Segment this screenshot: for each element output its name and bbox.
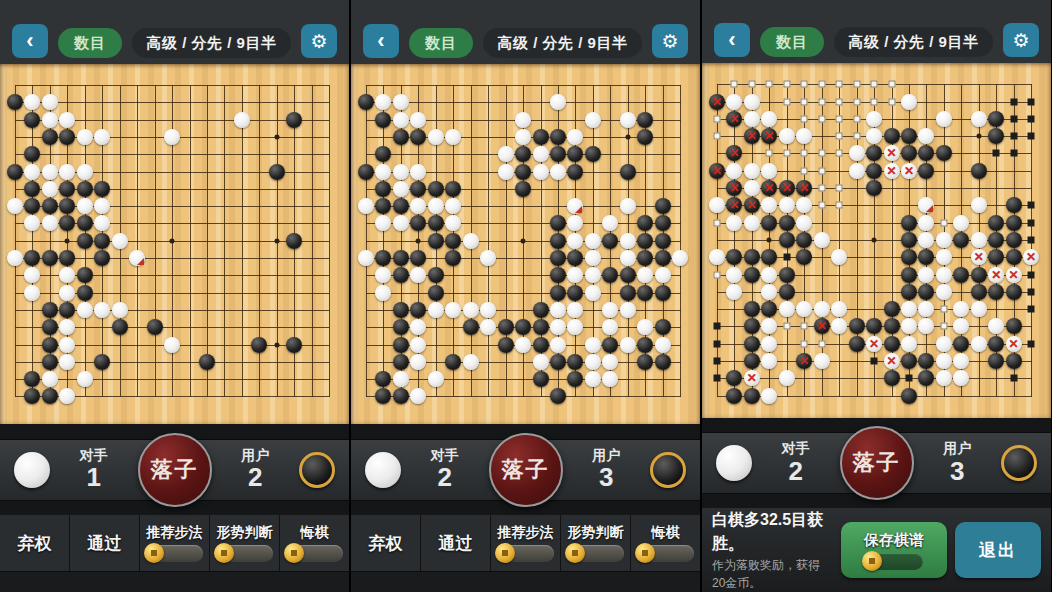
white-stone: [463, 354, 479, 370]
white-stone: [936, 267, 952, 283]
exit-button[interactable]: 退出: [955, 522, 1041, 578]
white-stone: [637, 267, 653, 283]
star-point: [872, 237, 877, 242]
judge-position-button[interactable]: 形势判断: [210, 515, 280, 571]
white-stone: [936, 249, 952, 265]
white-stone: [744, 163, 760, 179]
grid-line: [329, 85, 330, 397]
white-stone: [445, 129, 461, 145]
dead-white-stone: ✕: [884, 353, 900, 369]
black-stone: [269, 164, 285, 180]
white-territory-marker: [853, 81, 860, 88]
white-territory-marker: [783, 81, 790, 88]
white-stone: [410, 164, 426, 180]
go-board-1[interactable]: [0, 64, 349, 424]
forfeit-button[interactable]: 弃权: [351, 515, 421, 571]
black-stone: [866, 163, 882, 179]
black-stone: [988, 336, 1004, 352]
black-stone: [936, 145, 952, 161]
star-point: [767, 237, 772, 242]
white-stone: [866, 128, 882, 144]
gear-icon: ⚙: [1012, 29, 1029, 52]
black-stone: [94, 354, 110, 370]
dead-mark-icon: ✕: [729, 199, 739, 211]
black-stone: [550, 388, 566, 404]
scoring-mode-button[interactable]: 数目: [760, 27, 824, 57]
black-stone: [59, 198, 75, 214]
white-stone: [358, 250, 374, 266]
panel-2: ‹ 数目 高级 / 分先 / 9目半 ⚙ 对手 2 落子 用户 3: [351, 0, 700, 592]
black-stone: [849, 336, 865, 352]
white-stone: [585, 112, 601, 128]
black-stone: [7, 164, 23, 180]
white-stone: [709, 197, 725, 213]
suggest-move-button[interactable]: 推荐步法: [140, 515, 210, 571]
white-stone: [410, 112, 426, 128]
black-stone: [533, 337, 549, 353]
dead-mark-icon: ✕: [729, 113, 739, 125]
star-point: [274, 134, 279, 139]
white-stone: [550, 337, 566, 353]
black-stone: [42, 250, 58, 266]
black-stone: [620, 285, 636, 301]
white-stone: [533, 164, 549, 180]
settings-button[interactable]: ⚙: [652, 24, 688, 58]
coin-pill: [638, 545, 694, 562]
coin-icon: [565, 543, 585, 563]
white-territory-marker: [801, 150, 808, 157]
black-stone: [428, 181, 444, 197]
black-stone: [533, 371, 549, 387]
dead-white-stone: ✕: [1006, 336, 1022, 352]
white-stone: [375, 267, 391, 283]
white-stone: [585, 371, 601, 387]
player-bar: 对手 2 落子 用户 3: [702, 432, 1051, 494]
user-info: 用户 3: [592, 448, 620, 492]
white-stone: [761, 197, 777, 213]
white-stone: [410, 267, 426, 283]
black-stone: [744, 336, 760, 352]
white-stone: [94, 129, 110, 145]
white-stone: [410, 319, 426, 335]
white-stone: [42, 112, 58, 128]
black-territory-marker: [1028, 115, 1035, 122]
black-territory-marker: [905, 375, 912, 382]
white-territory-marker: [836, 185, 843, 192]
black-stone: [286, 112, 302, 128]
black-stone: [637, 215, 653, 231]
white-stone: [936, 336, 952, 352]
black-stone: [24, 388, 40, 404]
white-territory-marker: [836, 81, 843, 88]
white-stone: [445, 215, 461, 231]
black-stone: [1006, 284, 1022, 300]
white-territory-marker: [766, 150, 773, 157]
black-territory-marker: [1028, 202, 1035, 209]
save-kifu-button[interactable]: 保存棋谱: [841, 522, 947, 578]
white-stone: [744, 215, 760, 231]
dead-black-stone: ✕: [726, 111, 742, 127]
white-stone: [831, 301, 847, 317]
white-stone: [410, 337, 426, 353]
grid-line: [680, 85, 681, 397]
black-territory-marker: [993, 150, 1000, 157]
settings-button[interactable]: ⚙: [301, 24, 337, 58]
white-stone: [761, 336, 777, 352]
white-stone: [726, 284, 742, 300]
black-stone: [1006, 215, 1022, 231]
player-bar: 对手 2 落子 用户 3: [351, 439, 700, 501]
last-move-white-stone: [129, 250, 145, 266]
back-button[interactable]: ‹: [714, 23, 750, 57]
white-stone: [918, 215, 934, 231]
black-territory-marker: [1028, 133, 1035, 140]
last-move-white-stone: [918, 197, 934, 213]
grid-line: [15, 379, 330, 380]
black-territory-marker: [1028, 271, 1035, 278]
black-stone: [655, 233, 671, 249]
black-stone: [866, 145, 882, 161]
black-territory-marker: [871, 358, 878, 365]
black-stone: [637, 250, 653, 266]
black-stone: [393, 250, 409, 266]
black-stone: [761, 249, 777, 265]
white-territory-marker: [801, 323, 808, 330]
white-stone: [112, 233, 128, 249]
black-territory-marker: [1028, 306, 1035, 313]
white-stone: [533, 146, 549, 162]
player-bar: 对手 1 落子 用户 2: [0, 439, 349, 501]
black-stone: [567, 250, 583, 266]
dead-white-stone: ✕: [744, 370, 760, 386]
black-stone: [550, 354, 566, 370]
result-bar: 白棋多32.5目获胜。 作为落败奖励，获得20金币。 保存棋谱 退出: [702, 508, 1051, 592]
black-stone: [761, 215, 777, 231]
black-stone: [918, 145, 934, 161]
black-stone: [24, 181, 40, 197]
grid-line: [242, 85, 243, 397]
black-stone: [567, 285, 583, 301]
white-stone: [410, 388, 426, 404]
dead-mark-icon: ✕: [974, 251, 984, 263]
black-stone: [515, 319, 531, 335]
settings-button[interactable]: ⚙: [1003, 23, 1039, 57]
bottom-toolbar: 弃权 通过 推荐步法 形势判断 悔棋: [0, 515, 349, 592]
coin-pill: [865, 553, 923, 570]
black-stone: [550, 233, 566, 249]
black-stone: [901, 267, 917, 283]
user-stone-black-active: [650, 452, 686, 488]
user-captures: 2: [248, 463, 262, 492]
black-stone: [884, 301, 900, 317]
undo-button[interactable]: 悔棋: [280, 515, 349, 571]
black-stone: [901, 232, 917, 248]
black-stone: [655, 250, 671, 266]
white-stone: [77, 164, 93, 180]
opponent-info: 对手 2: [782, 441, 810, 485]
white-stone: [602, 371, 618, 387]
white-stone: [814, 353, 830, 369]
white-territory-marker: [888, 98, 895, 105]
white-stone: [953, 215, 969, 231]
pass-button[interactable]: 通过: [70, 515, 140, 571]
dead-black-stone: ✕: [761, 128, 777, 144]
white-stone: [744, 180, 760, 196]
black-stone: [533, 302, 549, 318]
white-stone: [59, 388, 75, 404]
coin-icon: [495, 543, 515, 563]
rule-label: 高级 / 分先 / 9目半: [132, 28, 291, 58]
black-stone: [410, 302, 426, 318]
white-stone: [971, 232, 987, 248]
gear-icon: ⚙: [310, 30, 327, 53]
black-stone: [796, 232, 812, 248]
white-stone: [602, 302, 618, 318]
black-territory-marker: [1010, 375, 1017, 382]
scoring-mode-button[interactable]: 数目: [409, 28, 473, 58]
dead-white-stone: ✕: [884, 145, 900, 161]
back-button[interactable]: ‹: [363, 24, 399, 58]
black-stone: [515, 181, 531, 197]
white-stone: [585, 267, 601, 283]
white-territory-marker: [818, 340, 825, 347]
black-stone: [901, 353, 917, 369]
black-stone: [655, 319, 671, 335]
black-stone: [445, 181, 461, 197]
white-territory-marker: [818, 150, 825, 157]
white-stone: [42, 94, 58, 110]
black-stone: [602, 267, 618, 283]
pass-button[interactable]: 通过: [421, 515, 491, 571]
black-stone: [1006, 232, 1022, 248]
white-stone: [375, 285, 391, 301]
black-territory-marker: [714, 340, 721, 347]
white-stone: [620, 302, 636, 318]
black-stone: [445, 250, 461, 266]
dead-white-stone: ✕: [971, 249, 987, 265]
white-stone: [918, 301, 934, 317]
bottom-toolbar: 弃权 通过 推荐步法 形势判断 悔棋: [351, 515, 700, 592]
black-stone: [428, 267, 444, 283]
dead-black-stone: ✕: [796, 353, 812, 369]
black-stone: [988, 249, 1004, 265]
white-territory-marker: [853, 98, 860, 105]
user-info: 用户 2: [241, 448, 269, 492]
white-stone: [672, 250, 688, 266]
judge-position-button[interactable]: 形势判断: [561, 515, 631, 571]
coin-icon: [214, 543, 234, 563]
white-stone: [164, 129, 180, 145]
white-stone: [585, 354, 601, 370]
play-move-button[interactable]: 落子: [489, 433, 563, 507]
white-territory-marker: [836, 115, 843, 122]
white-territory-marker: [818, 98, 825, 105]
white-territory-marker: [818, 115, 825, 122]
black-stone: [901, 128, 917, 144]
star-point: [416, 238, 421, 243]
white-stone: [779, 128, 795, 144]
black-stone: [375, 388, 391, 404]
white-stone: [567, 129, 583, 145]
dead-mark-icon: ✕: [904, 165, 914, 177]
black-stone: [602, 233, 618, 249]
result-subtitle: 作为落败奖励，获得20金币。: [712, 556, 833, 592]
white-stone: [726, 267, 742, 283]
suggest-move-button[interactable]: 推荐步法: [491, 515, 561, 571]
go-board-2[interactable]: [351, 64, 700, 424]
dead-white-stone: ✕: [1006, 267, 1022, 283]
black-stone: [796, 249, 812, 265]
black-stone: [94, 233, 110, 249]
coin-pill: [568, 545, 624, 562]
black-stone: [77, 181, 93, 197]
black-stone: [918, 163, 934, 179]
white-stone: [779, 197, 795, 213]
white-territory-marker: [836, 98, 843, 105]
white-stone: [655, 267, 671, 283]
dead-mark-icon: ✕: [712, 96, 722, 108]
white-stone: [901, 94, 917, 110]
star-point: [625, 134, 630, 139]
black-stone: [358, 164, 374, 180]
black-stone: [953, 267, 969, 283]
black-stone: [726, 388, 742, 404]
white-stone: [428, 198, 444, 214]
black-stone: [77, 215, 93, 231]
white-territory-marker: [818, 81, 825, 88]
play-move-button[interactable]: 落子: [840, 426, 914, 500]
black-stone: [286, 337, 302, 353]
forfeit-button[interactable]: 弃权: [0, 515, 70, 571]
black-stone: [393, 319, 409, 335]
black-stone: [620, 267, 636, 283]
white-stone: [936, 353, 952, 369]
white-stone: [655, 337, 671, 353]
black-stone: [884, 336, 900, 352]
black-stone: [620, 164, 636, 180]
black-territory-marker: [1028, 288, 1035, 295]
black-stone: [375, 250, 391, 266]
play-move-button[interactable]: 落子: [138, 433, 212, 507]
black-stone: [971, 163, 987, 179]
black-stone: [77, 267, 93, 283]
white-stone: [375, 215, 391, 231]
coin-pill: [498, 545, 554, 562]
user-label: 用户: [943, 441, 971, 456]
white-stone: [726, 215, 742, 231]
coin-pill: [217, 545, 273, 562]
black-stone: [550, 146, 566, 162]
black-stone: [42, 319, 58, 335]
black-stone: [884, 318, 900, 334]
star-point: [170, 238, 175, 243]
black-stone: [1006, 353, 1022, 369]
black-stone: [567, 146, 583, 162]
black-stone: [637, 337, 653, 353]
back-button[interactable]: ‹: [12, 24, 48, 58]
white-territory-marker: [836, 150, 843, 157]
black-stone: [550, 250, 566, 266]
grid-line: [717, 378, 1032, 379]
white-stone: [620, 198, 636, 214]
black-stone: [567, 371, 583, 387]
white-territory-marker: [818, 185, 825, 192]
white-stone: [498, 146, 514, 162]
grid-line: [366, 379, 681, 380]
gear-icon: ⚙: [661, 30, 678, 53]
white-stone: [24, 94, 40, 110]
coin-icon: [635, 543, 655, 563]
white-stone: [761, 111, 777, 127]
white-stone: [796, 128, 812, 144]
star-point: [274, 238, 279, 243]
black-territory-marker: [1028, 236, 1035, 243]
white-stone: [567, 302, 583, 318]
black-stone: [550, 285, 566, 301]
dead-mark-icon: ✕: [1009, 269, 1019, 281]
black-stone: [550, 129, 566, 145]
white-stone: [620, 250, 636, 266]
white-stone: [42, 181, 58, 197]
dead-black-stone: ✕: [779, 180, 795, 196]
white-stone: [761, 284, 777, 300]
dead-mark-icon: ✕: [747, 372, 757, 384]
white-stone: [709, 249, 725, 265]
white-stone: [602, 319, 618, 335]
black-stone: [953, 336, 969, 352]
dead-white-stone: ✕: [1023, 249, 1039, 265]
black-stone: [393, 337, 409, 353]
white-stone: [164, 337, 180, 353]
star-point: [521, 238, 526, 243]
go-board-3[interactable]: ✕✕✕✕✕✕✕✕✕✕✕✕✕✕✕✕✕✕✕✕✕✕✕✕✕: [702, 63, 1051, 418]
black-stone: [779, 232, 795, 248]
black-stone: [428, 233, 444, 249]
white-stone: [901, 318, 917, 334]
white-stone: [393, 164, 409, 180]
dead-black-stone: ✕: [709, 163, 725, 179]
black-stone: [726, 370, 742, 386]
black-stone: [988, 128, 1004, 144]
black-stone: [42, 337, 58, 353]
black-stone: [24, 146, 40, 162]
scoring-mode-button[interactable]: 数目: [58, 28, 122, 58]
rule-label: 高级 / 分先 / 9目半: [834, 27, 993, 57]
black-stone: [498, 319, 514, 335]
player-zone: 对手 2 落子 用户 3: [351, 424, 700, 515]
white-stone: [971, 197, 987, 213]
undo-button[interactable]: 悔棋: [631, 515, 700, 571]
white-stone: [936, 232, 952, 248]
white-territory-marker: [714, 133, 721, 140]
black-stone: [42, 198, 58, 214]
black-stone: [24, 371, 40, 387]
player-zone: 对手 2 落子 用户 3: [702, 418, 1051, 508]
black-territory-marker: [1028, 98, 1035, 105]
black-stone: [358, 94, 374, 110]
black-stone: [971, 267, 987, 283]
black-stone: [393, 354, 409, 370]
white-stone: [585, 250, 601, 266]
white-stone: [918, 318, 934, 334]
white-stone: [918, 232, 934, 248]
white-stone: [796, 197, 812, 213]
white-stone: [953, 301, 969, 317]
dead-black-stone: ✕: [726, 180, 742, 196]
black-territory-marker: [1028, 219, 1035, 226]
white-territory-marker: [783, 98, 790, 105]
white-stone: [358, 198, 374, 214]
